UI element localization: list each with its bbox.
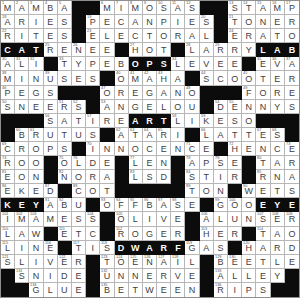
grid-cell[interactable]: C <box>129 29 143 43</box>
grid-cell[interactable]: 134G <box>29 283 43 297</box>
grid-cell[interactable]: S <box>228 114 242 128</box>
grid-cell[interactable]: E <box>228 57 242 71</box>
grid-cell[interactable]: 27H <box>129 43 143 57</box>
grid-cell[interactable]: E <box>228 156 242 170</box>
grid-cell[interactable]: 29R <box>214 43 228 57</box>
grid-cell[interactable]: N <box>115 100 129 114</box>
grid-cell[interactable]: E <box>171 283 185 297</box>
grid-cell[interactable]: 128I <box>171 255 185 269</box>
grid-cell[interactable]: E <box>44 29 58 43</box>
grid-cell[interactable]: L <box>242 269 256 283</box>
grid-cell[interactable]: E <box>256 269 270 283</box>
grid-cell[interactable]: E <box>214 114 228 128</box>
grid-cell[interactable]: E <box>143 100 157 114</box>
grid-cell[interactable]: 13S <box>228 1 242 15</box>
grid-cell[interactable]: E <box>115 283 129 297</box>
grid-cell[interactable]: P <box>157 15 171 29</box>
grid-cell[interactable]: 45O <box>242 71 256 85</box>
grid-cell[interactable]: 74R <box>1 156 15 170</box>
grid-cell[interactable]: 33T <box>58 57 72 71</box>
grid-cell[interactable]: I <box>15 29 29 43</box>
grid-cell[interactable]: U <box>185 100 199 114</box>
grid-cell[interactable]: 57I <box>86 114 100 128</box>
grid-cell[interactable]: E <box>100 156 114 170</box>
grid-cell[interactable]: O <box>15 156 29 170</box>
grid-cell[interactable]: L <box>100 29 114 43</box>
grid-cell[interactable]: 81E <box>1 170 15 184</box>
grid-cell[interactable]: 70I <box>86 142 100 156</box>
grid-cell[interactable]: 135B <box>100 283 114 297</box>
grid-cell[interactable]: I <box>15 71 29 85</box>
grid-cell[interactable]: T <box>256 255 270 269</box>
grid-cell[interactable]: R <box>271 86 285 100</box>
grid-cell[interactable]: E <box>185 198 199 212</box>
grid-cell[interactable]: 47O <box>100 86 114 100</box>
grid-cell[interactable]: E <box>157 142 171 156</box>
shaded-letter-cell[interactable]: T <box>29 43 43 57</box>
shaded-letter-cell[interactable]: P <box>143 57 157 71</box>
grid-cell[interactable]: S <box>58 29 72 43</box>
grid-cell[interactable]: R <box>228 170 242 184</box>
grid-cell[interactable]: E <box>115 114 129 128</box>
grid-cell[interactable]: 46P <box>1 86 15 100</box>
grid-cell[interactable]: O <box>200 184 214 198</box>
grid-cell[interactable]: O <box>171 100 185 114</box>
grid-cell[interactable]: E <box>271 71 285 85</box>
grid-cell[interactable]: P <box>242 283 256 297</box>
grid-cell[interactable]: 99G <box>214 198 228 212</box>
grid-cell[interactable]: T <box>58 128 72 142</box>
grid-cell[interactable]: C <box>86 227 100 241</box>
grid-cell[interactable]: 4B <box>44 1 58 15</box>
grid-cell[interactable]: W <box>143 283 157 297</box>
grid-cell[interactable]: E <box>242 255 256 269</box>
grid-cell[interactable]: T <box>256 71 270 85</box>
grid-cell[interactable]: E <box>100 57 114 71</box>
grid-cell[interactable]: S <box>58 142 72 156</box>
shaded-letter-cell[interactable]: T <box>157 114 171 128</box>
grid-cell[interactable]: 127A <box>157 255 171 269</box>
shaded-letter-cell[interactable]: E <box>285 198 299 212</box>
grid-cell[interactable]: V <box>157 212 171 226</box>
grid-cell[interactable]: E <box>157 283 171 297</box>
grid-cell[interactable]: 94F <box>115 198 129 212</box>
grid-cell[interactable]: I <box>143 212 157 226</box>
grid-cell[interactable]: 41M <box>129 71 143 85</box>
shaded-letter-cell[interactable]: A <box>15 43 29 57</box>
grid-cell[interactable]: 16M <box>271 1 285 15</box>
grid-cell[interactable]: N <box>115 142 129 156</box>
grid-cell[interactable]: 109R <box>285 212 299 226</box>
grid-cell[interactable]: 24E <box>228 29 242 43</box>
grid-cell[interactable]: C <box>143 142 157 156</box>
grid-cell[interactable]: T <box>29 29 43 43</box>
grid-cell[interactable]: R <box>228 227 242 241</box>
grid-cell[interactable]: 21T <box>228 15 242 29</box>
grid-cell[interactable]: D <box>86 156 100 170</box>
grid-cell[interactable]: O <box>285 29 299 43</box>
grid-cell[interactable]: 44S <box>200 71 214 85</box>
grid-cell[interactable]: 106A <box>200 212 214 226</box>
shaded-letter-cell[interactable]: E <box>15 198 29 212</box>
grid-cell[interactable]: 119G <box>185 241 199 255</box>
grid-cell[interactable]: 102M <box>15 212 29 226</box>
grid-cell[interactable]: S <box>285 100 299 114</box>
grid-cell[interactable]: 67E <box>256 128 270 142</box>
grid-cell[interactable]: 96B <box>143 198 157 212</box>
grid-cell[interactable]: R <box>157 269 171 283</box>
grid-cell[interactable]: 54D <box>214 100 228 114</box>
grid-cell[interactable]: L <box>15 255 29 269</box>
grid-cell[interactable]: 35E <box>256 57 270 71</box>
shaded-letter-cell[interactable]: O <box>129 57 143 71</box>
grid-cell[interactable]: A <box>200 241 214 255</box>
grid-cell[interactable]: I <box>171 128 185 142</box>
shaded-letter-cell[interactable]: W <box>129 241 143 255</box>
shaded-letter-cell[interactable]: Y <box>29 198 43 212</box>
grid-cell[interactable]: 36V <box>271 57 285 71</box>
grid-cell[interactable]: 121S <box>1 255 15 269</box>
grid-cell[interactable]: 25R <box>44 43 58 57</box>
grid-cell[interactable]: T <box>143 29 157 43</box>
grid-cell[interactable]: N <box>29 269 43 283</box>
grid-cell[interactable]: R <box>72 255 86 269</box>
grid-cell[interactable]: P <box>86 57 100 71</box>
grid-cell[interactable]: A <box>200 43 214 57</box>
grid-cell[interactable]: E <box>271 15 285 29</box>
grid-cell[interactable]: A <box>100 170 114 184</box>
grid-cell[interactable]: 17P <box>285 1 299 15</box>
grid-cell[interactable]: 12S <box>185 1 199 15</box>
grid-cell[interactable]: 75O <box>58 156 72 170</box>
grid-cell[interactable]: 122E <box>58 255 72 269</box>
grid-cell[interactable]: N <box>271 170 285 184</box>
grid-cell[interactable]: T <box>72 227 86 241</box>
grid-cell[interactable]: R <box>271 241 285 255</box>
grid-cell[interactable]: N <box>115 269 129 283</box>
grid-cell[interactable]: E <box>58 212 72 226</box>
grid-cell[interactable]: Y <box>271 269 285 283</box>
grid-cell[interactable]: E <box>285 255 299 269</box>
grid-cell[interactable]: 115L <box>1 241 15 255</box>
grid-cell[interactable]: T <box>228 128 242 142</box>
grid-cell[interactable]: S <box>58 15 72 29</box>
grid-cell[interactable]: P <box>44 142 58 156</box>
grid-cell[interactable]: 93O <box>100 198 114 212</box>
grid-cell[interactable]: V <box>44 255 58 269</box>
grid-cell[interactable]: A <box>256 241 270 255</box>
grid-cell[interactable]: E <box>29 184 43 198</box>
grid-cell[interactable]: E <box>171 212 185 226</box>
grid-cell[interactable]: 97A <box>157 198 171 212</box>
grid-cell[interactable]: L <box>157 100 171 114</box>
grid-cell[interactable]: 129B <box>214 255 228 269</box>
grid-cell[interactable]: E <box>157 227 171 241</box>
grid-cell[interactable]: 3M <box>29 1 43 15</box>
grid-cell[interactable]: P <box>200 156 214 170</box>
grid-cell[interactable]: 14T <box>242 1 256 15</box>
grid-cell[interactable]: 124O <box>115 255 129 269</box>
shaded-letter-cell[interactable]: L <box>256 43 270 57</box>
grid-cell[interactable]: 84S <box>185 170 199 184</box>
grid-cell[interactable]: 131S <box>15 269 29 283</box>
grid-cell[interactable]: N <box>129 269 143 283</box>
grid-cell[interactable]: R <box>100 114 114 128</box>
grid-cell[interactable]: 61R <box>29 128 43 142</box>
grid-cell[interactable]: E <box>29 100 43 114</box>
grid-cell[interactable]: K <box>15 184 29 198</box>
grid-cell[interactable]: B <box>115 57 129 71</box>
grid-cell[interactable]: T <box>129 283 143 297</box>
grid-cell[interactable]: 6M <box>100 1 114 15</box>
grid-cell[interactable]: A <box>271 227 285 241</box>
grid-cell[interactable]: 110L <box>1 227 15 241</box>
grid-cell[interactable]: C <box>271 142 285 156</box>
grid-cell[interactable]: A <box>171 71 185 85</box>
grid-cell[interactable]: N <box>15 100 29 114</box>
grid-cell[interactable]: T <box>100 184 114 198</box>
grid-cell[interactable]: O <box>256 86 270 100</box>
grid-cell[interactable]: 62A <box>115 128 129 142</box>
grid-cell[interactable]: O <box>29 142 43 156</box>
grid-cell[interactable]: 85R <box>256 170 270 184</box>
grid-cell[interactable]: R <box>115 86 129 100</box>
grid-cell[interactable]: O <box>242 15 256 29</box>
grid-cell[interactable]: O <box>157 29 171 43</box>
grid-cell[interactable]: A <box>285 170 299 184</box>
grid-cell[interactable]: 136R <box>214 283 228 297</box>
grid-cell[interactable]: E <box>242 142 256 156</box>
grid-cell[interactable]: 19P <box>86 15 100 29</box>
grid-cell[interactable]: R <box>86 170 100 184</box>
grid-cell[interactable]: D <box>58 269 72 283</box>
grid-cell[interactable]: 114T <box>256 227 270 241</box>
grid-cell[interactable]: N <box>185 283 199 297</box>
grid-cell[interactable]: 51R <box>58 100 72 114</box>
grid-cell[interactable]: 65R <box>157 128 171 142</box>
grid-cell[interactable]: U <box>228 212 242 226</box>
grid-cell[interactable]: 42A <box>143 71 157 85</box>
grid-cell[interactable]: 104S <box>86 212 100 226</box>
grid-cell[interactable]: A <box>256 29 270 43</box>
grid-cell[interactable]: 15A <box>256 1 270 15</box>
grid-cell[interactable]: A <box>157 86 171 100</box>
grid-cell[interactable]: 113H <box>200 227 214 241</box>
grid-cell[interactable]: 79S <box>214 156 228 170</box>
grid-cell[interactable]: 92B <box>58 198 72 212</box>
grid-cell[interactable]: N <box>143 15 157 29</box>
grid-cell[interactable]: L <box>214 212 228 226</box>
grid-cell[interactable]: 78A <box>185 156 199 170</box>
grid-cell[interactable]: 37A <box>285 57 299 71</box>
grid-cell[interactable]: E <box>143 156 157 170</box>
grid-cell[interactable]: 86E <box>1 184 15 198</box>
grid-cell[interactable]: N <box>256 100 270 114</box>
grid-cell[interactable]: 123T <box>100 255 114 269</box>
grid-cell[interactable]: N <box>242 212 256 226</box>
shaded-letter-cell[interactable]: E <box>256 198 270 212</box>
grid-cell[interactable]: O <box>228 71 242 85</box>
grid-cell[interactable]: 120H <box>242 241 256 255</box>
grid-cell[interactable]: 63T <box>129 128 143 142</box>
shaded-letter-cell[interactable]: C <box>1 43 15 57</box>
grid-cell[interactable]: 89T <box>185 184 199 198</box>
grid-cell[interactable]: O <box>29 156 43 170</box>
grid-cell[interactable]: 34L <box>171 57 185 71</box>
grid-cell[interactable]: 8M <box>129 1 143 15</box>
grid-cell[interactable]: 1M <box>1 1 15 15</box>
grid-cell[interactable]: 80T <box>256 156 270 170</box>
grid-cell[interactable]: 133A <box>214 269 228 283</box>
grid-cell[interactable]: 100O <box>228 198 242 212</box>
grid-cell[interactable]: R <box>15 142 29 156</box>
grid-cell[interactable]: 31L <box>15 57 29 71</box>
grid-cell[interactable]: N <box>256 15 270 29</box>
grid-cell[interactable]: E <box>72 269 86 283</box>
grid-cell[interactable]: 116E <box>44 241 58 255</box>
grid-cell[interactable]: E <box>129 86 143 100</box>
grid-cell[interactable]: S <box>143 170 157 184</box>
grid-cell[interactable]: O <box>72 170 86 184</box>
grid-cell[interactable]: 76L <box>72 156 86 170</box>
grid-cell[interactable]: 60B <box>15 128 29 142</box>
grid-cell[interactable]: I <box>171 15 185 29</box>
grid-cell[interactable]: E <box>44 15 58 29</box>
grid-cell[interactable]: 11A <box>171 1 185 15</box>
grid-cell[interactable]: 108E <box>271 212 285 226</box>
grid-cell[interactable]: I <box>228 283 242 297</box>
grid-cell[interactable]: O <box>242 198 256 212</box>
grid-cell[interactable]: T <box>157 43 171 57</box>
grid-cell[interactable]: L <box>44 283 58 297</box>
grid-cell[interactable]: 95F <box>129 198 143 212</box>
shaded-letter-cell[interactable]: A <box>129 114 143 128</box>
grid-cell[interactable]: I <box>29 15 43 29</box>
grid-cell[interactable]: R <box>171 227 185 241</box>
grid-cell[interactable]: A <box>15 227 29 241</box>
grid-cell[interactable]: G <box>143 86 157 100</box>
grid-cell[interactable]: N <box>100 142 114 156</box>
grid-cell[interactable]: A <box>185 29 199 43</box>
grid-cell[interactable]: D <box>285 241 299 255</box>
grid-cell[interactable]: Y <box>271 100 285 114</box>
grid-cell[interactable]: 49F <box>242 86 256 100</box>
grid-cell[interactable]: 90W <box>242 184 256 198</box>
grid-cell[interactable]: 59K <box>200 114 214 128</box>
grid-cell[interactable]: 88C <box>72 184 86 198</box>
grid-cell[interactable]: E <box>185 269 199 283</box>
grid-cell[interactable]: I <box>44 269 58 283</box>
grid-cell[interactable]: U <box>44 128 58 142</box>
grid-cell[interactable]: 48O <box>185 86 199 100</box>
grid-cell[interactable]: 30A <box>1 57 15 71</box>
grid-cell[interactable]: E <box>44 100 58 114</box>
grid-cell[interactable]: O <box>15 170 29 184</box>
grid-cell[interactable]: C <box>214 71 228 85</box>
shaded-letter-cell[interactable]: S <box>157 57 171 71</box>
grid-cell[interactable]: A <box>214 128 228 142</box>
grid-cell[interactable]: D <box>157 170 171 184</box>
grid-cell[interactable]: 23E <box>86 29 100 43</box>
shaded-letter-cell[interactable]: D <box>115 241 129 255</box>
grid-cell[interactable]: G <box>129 100 143 114</box>
grid-cell[interactable]: 64A <box>143 128 157 142</box>
grid-cell[interactable]: A <box>129 15 143 29</box>
grid-cell[interactable]: L <box>185 255 199 269</box>
grid-cell[interactable]: L <box>129 212 143 226</box>
grid-cell[interactable]: 73E <box>285 142 299 156</box>
grid-cell[interactable]: N <box>29 241 43 255</box>
grid-cell[interactable]: E <box>185 57 199 71</box>
grid-cell[interactable]: 2A <box>15 1 29 15</box>
grid-cell[interactable]: 118S <box>100 241 114 255</box>
grid-cell[interactable]: 39U <box>44 71 58 85</box>
grid-cell[interactable]: 20S <box>200 15 214 29</box>
grid-cell[interactable]: U <box>58 283 72 297</box>
shaded-letter-cell[interactable]: K <box>1 198 15 212</box>
grid-cell[interactable]: 32I <box>29 57 43 71</box>
grid-cell[interactable]: I <box>29 255 43 269</box>
grid-cell[interactable]: L <box>271 255 285 269</box>
grid-cell[interactable]: A <box>271 156 285 170</box>
grid-cell[interactable]: 77L <box>129 156 143 170</box>
grid-cell[interactable]: 26N <box>72 43 86 57</box>
grid-cell[interactable]: R <box>171 29 185 43</box>
grid-cell[interactable]: 69C <box>1 142 15 156</box>
grid-cell[interactable]: O <box>129 227 143 241</box>
grid-cell[interactable]: G <box>143 227 157 241</box>
grid-cell[interactable]: T <box>271 29 285 43</box>
grid-cell[interactable]: 50S <box>1 100 15 114</box>
grid-cell[interactable]: 91A <box>44 198 58 212</box>
grid-cell[interactable]: 18A <box>1 15 15 29</box>
grid-cell[interactable]: 40O <box>115 71 129 85</box>
grid-cell[interactable]: I <box>86 241 100 255</box>
grid-cell[interactable]: E <box>285 86 299 100</box>
grid-cell[interactable]: 103A <box>29 212 43 226</box>
shaded-letter-cell[interactable]: A <box>271 43 285 57</box>
grid-cell[interactable]: O <box>129 142 143 156</box>
grid-cell[interactable]: E <box>214 57 228 71</box>
grid-cell[interactable]: 22R <box>1 29 15 43</box>
shaded-letter-cell[interactable]: A <box>143 241 157 255</box>
grid-cell[interactable]: 130E <box>228 255 242 269</box>
grid-cell[interactable]: I <box>15 241 29 255</box>
grid-cell[interactable]: 9O <box>143 1 157 15</box>
grid-cell[interactable]: 68S <box>271 128 285 142</box>
grid-cell[interactable]: 111E <box>58 227 72 241</box>
grid-cell[interactable]: Y <box>242 43 256 57</box>
grid-cell[interactable]: 117T <box>72 241 86 255</box>
grid-cell[interactable]: E <box>86 43 100 57</box>
grid-cell[interactable]: I <box>185 114 199 128</box>
grid-cell[interactable]: N <box>242 100 256 114</box>
grid-cell[interactable]: 125E <box>129 255 143 269</box>
grid-cell[interactable]: R <box>15 15 29 29</box>
grid-cell[interactable]: E <box>143 269 157 283</box>
grid-cell[interactable]: M <box>44 212 58 226</box>
grid-cell[interactable]: S <box>86 128 100 142</box>
grid-cell[interactable]: 58L <box>171 114 185 128</box>
grid-cell[interactable]: 126N <box>143 255 157 269</box>
grid-cell[interactable]: O <box>86 184 100 198</box>
grid-cell[interactable]: R <box>285 156 299 170</box>
grid-cell[interactable]: V <box>171 269 185 283</box>
grid-cell[interactable]: S <box>58 71 72 85</box>
grid-cell[interactable]: G <box>29 86 43 100</box>
grid-cell[interactable]: O <box>242 114 256 128</box>
grid-cell[interactable]: 87D <box>44 184 58 198</box>
